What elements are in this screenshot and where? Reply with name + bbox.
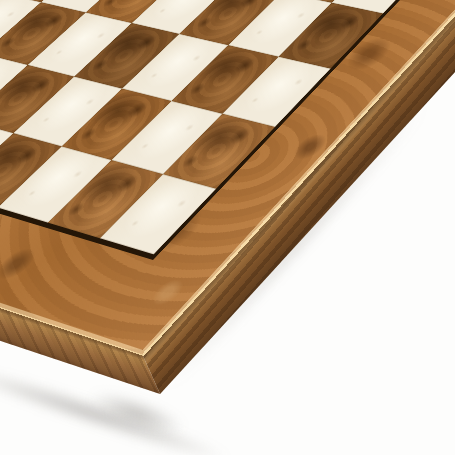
- product-photo-background: [0, 0, 455, 455]
- board-drop-shadow-corner: [81, 383, 193, 443]
